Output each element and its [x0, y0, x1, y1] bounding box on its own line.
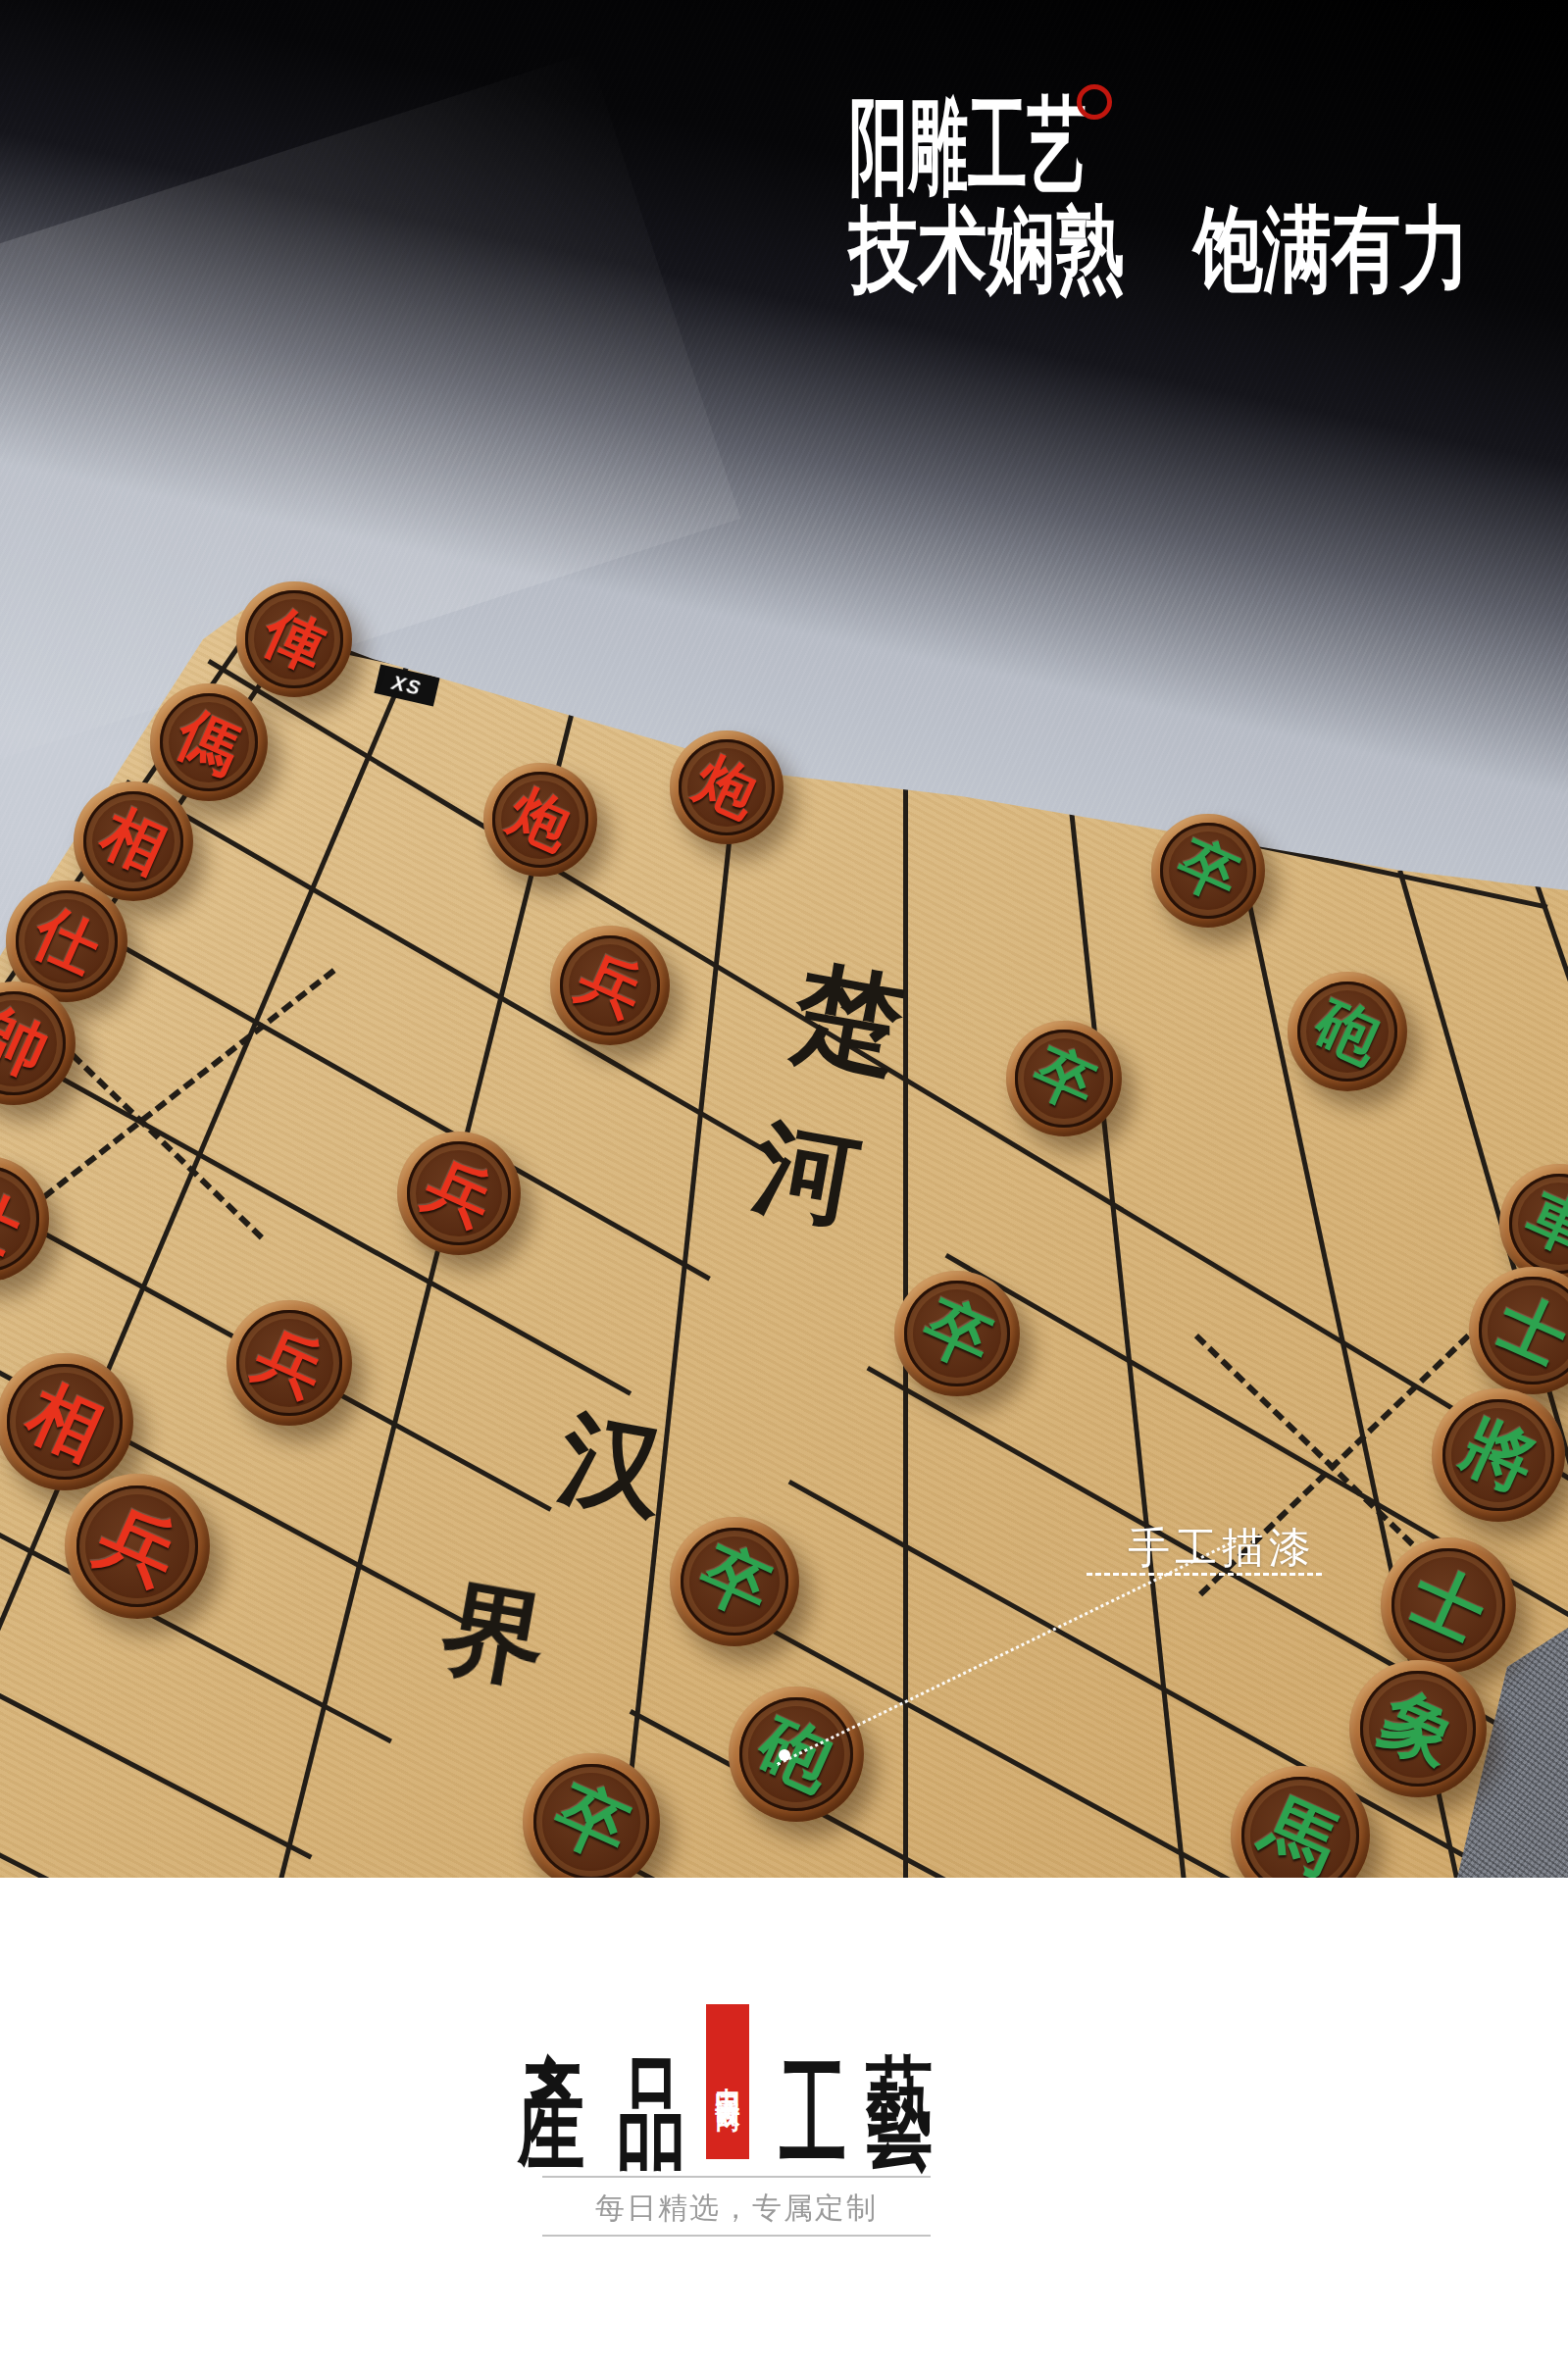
footer-seal: 中国诗歌网 — [706, 2004, 749, 2159]
piece-red-兵: 兵 — [397, 1132, 521, 1255]
piece-face: 傌 — [160, 693, 259, 792]
red-ring-icon — [1077, 84, 1112, 120]
piece-face: 馬 — [1241, 1777, 1358, 1878]
piece-character: 仕 — [25, 900, 108, 982]
piece-face: 士 — [1391, 1548, 1505, 1662]
piece-face: 炮 — [492, 772, 587, 867]
footer-divider-top — [542, 2176, 931, 2178]
piece-character: 砲 — [1306, 990, 1388, 1072]
piece-character: 車 — [1518, 1183, 1568, 1264]
banner-headline: 阳雕工艺 — [849, 94, 1087, 200]
footer-seal-text: 中国诗歌网 — [716, 2067, 740, 2096]
piece-character: 士 — [1489, 1286, 1568, 1375]
piece-character: 相 — [18, 1375, 112, 1469]
product-page: 楚 河 汉 界 XS 俥傌相仕帥仕炮炮兵兵兵相兵卒卒砲卒車士將士象馬砲卒卒 阳雕… — [0, 0, 1568, 2367]
footer-divider-bottom — [542, 2235, 931, 2237]
piece-green-卒: 卒 — [1006, 1021, 1122, 1136]
piece-green-卒: 卒 — [670, 1517, 799, 1646]
piece-character: 仕 — [0, 1176, 29, 1262]
footer-section: 產品 中国诗歌网 工藝 每日精选，专属定制 — [0, 1878, 1568, 2367]
piece-character: 相 — [92, 800, 174, 881]
piece-character: 俥 — [255, 600, 334, 680]
piece-face: 砲 — [1297, 982, 1398, 1083]
piece-red-相: 相 — [74, 781, 193, 901]
piece-green-士: 士 — [1381, 1537, 1516, 1673]
piece-red-炮: 炮 — [483, 763, 597, 877]
piece-face: 炮 — [679, 739, 774, 834]
piece-green-將: 將 — [1432, 1388, 1565, 1522]
piece-face: 卒 — [533, 1764, 649, 1878]
footer-title-right: 工藝 — [780, 2055, 952, 2175]
piece-red-相: 相 — [0, 1353, 133, 1490]
piece-face: 帥 — [0, 991, 66, 1095]
piece-face: 卒 — [904, 1281, 1010, 1386]
piece-green-卒: 卒 — [523, 1753, 660, 1878]
annotation-underline — [1087, 1573, 1322, 1576]
annotation-pointer-dot — [779, 1749, 790, 1761]
piece-green-砲: 砲 — [1288, 972, 1407, 1091]
piece-face: 俥 — [245, 590, 342, 687]
river-label-he: 河 — [747, 1115, 867, 1234]
piece-face: 卒 — [1015, 1030, 1112, 1127]
piece-face: 相 — [7, 1364, 123, 1480]
product-photo: 楚 河 汉 界 XS 俥傌相仕帥仕炮炮兵兵兵相兵卒卒砲卒車士將士象馬砲卒卒 阳雕… — [0, 0, 1568, 1878]
piece-face: 兵 — [407, 1141, 511, 1245]
banner: 阳雕工艺 技术娴熟 饱满有力 — [849, 94, 1273, 200]
piece-red-兵: 兵 — [550, 926, 670, 1045]
footer-title-left: 產品 — [518, 2055, 718, 2175]
piece-face: 卒 — [681, 1528, 789, 1637]
piece-green-象: 象 — [1349, 1660, 1487, 1797]
piece-character: 兵 — [416, 1150, 501, 1235]
piece-green-卒: 卒 — [894, 1271, 1020, 1396]
piece-red-兵: 兵 — [227, 1300, 352, 1426]
piece-face: 士 — [1479, 1277, 1568, 1384]
piece-face: 兵 — [76, 1486, 198, 1607]
piece-character: 傌 — [169, 702, 249, 782]
piece-face: 卒 — [1160, 823, 1255, 918]
piece-character: 卒 — [689, 1536, 779, 1626]
piece-character: 馬 — [1252, 1788, 1348, 1878]
piece-character: 象 — [1371, 1682, 1465, 1776]
piece-red-兵: 兵 — [65, 1474, 210, 1619]
piece-face: 仕 — [16, 890, 118, 992]
piece-red-俥: 俥 — [236, 581, 352, 697]
piece-character: 卒 — [1169, 831, 1246, 909]
piece-character: 將 — [1452, 1409, 1544, 1501]
river-label-han: 汉 — [553, 1406, 673, 1526]
piece-face: 兵 — [560, 935, 661, 1036]
piece-face: 相 — [83, 791, 184, 892]
piece-character: 炮 — [687, 748, 765, 826]
piece-face: 車 — [1509, 1174, 1568, 1275]
piece-face: 象 — [1360, 1671, 1476, 1787]
piece-character: 炮 — [501, 781, 579, 858]
piece-character: 士 — [1401, 1558, 1494, 1651]
piece-character: 兵 — [87, 1496, 187, 1596]
piece-character: 卒 — [1025, 1039, 1104, 1119]
piece-face: 仕 — [0, 1166, 39, 1272]
piece-character: 卒 — [544, 1775, 638, 1869]
piece-character: 卒 — [914, 1290, 1000, 1377]
piece-green-卒: 卒 — [1151, 814, 1265, 928]
footer-tagline: 每日精选，专属定制 — [518, 2189, 955, 2229]
piece-red-炮: 炮 — [670, 730, 784, 844]
river-label-jie: 界 — [435, 1576, 555, 1695]
piece-red-傌: 傌 — [150, 683, 268, 801]
piece-character: 兵 — [246, 1320, 332, 1406]
banner-subheadline: 技术娴熟 饱满有力 — [849, 204, 1470, 297]
piece-face: 將 — [1442, 1399, 1554, 1511]
piece-character: 兵 — [569, 944, 650, 1026]
piece-character: 帥 — [0, 1000, 57, 1085]
river-label-chu: 楚 — [785, 957, 910, 1082]
piece-face: 兵 — [236, 1310, 342, 1416]
